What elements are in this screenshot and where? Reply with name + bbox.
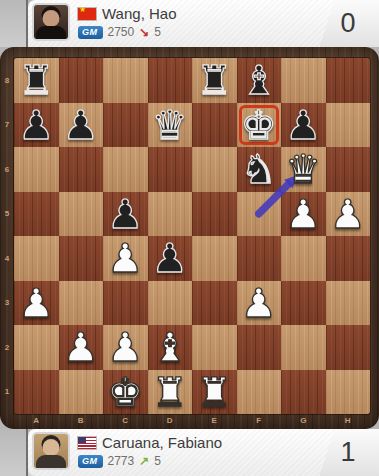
avatar-shoulders	[36, 26, 66, 41]
white-pawn-f3[interactable]: ♟	[237, 281, 282, 326]
rank-labels: 87654321	[0, 58, 14, 414]
board-square-c1[interactable]: ♚	[103, 370, 148, 415]
board-square-g4[interactable]	[281, 236, 326, 281]
rank-label-6: 6	[0, 147, 14, 192]
board-square-e7[interactable]	[192, 103, 237, 148]
white-pawn-h5[interactable]: ♟	[326, 192, 371, 237]
board-square-d7[interactable]: ♛	[148, 103, 193, 148]
rating-trend-value-top: 5	[154, 25, 161, 39]
file-label-a: A	[14, 414, 59, 428]
black-queen-d7[interactable]: ♛	[148, 103, 193, 148]
file-labels: ABCDEFGH	[14, 414, 370, 428]
black-pawn-c5[interactable]: ♟	[103, 192, 148, 237]
board-square-c5[interactable]: ♟	[103, 192, 148, 237]
white-pawn-g5[interactable]: ♟	[281, 192, 326, 237]
board-square-b6[interactable]	[59, 147, 104, 192]
black-pawn-a7[interactable]: ♟	[14, 103, 59, 148]
board-square-e1[interactable]: ♜	[192, 370, 237, 415]
board-square-d2[interactable]: ♝	[148, 325, 193, 370]
board-square-e2[interactable]	[192, 325, 237, 370]
black-knight-f6[interactable]: ♞	[237, 147, 282, 192]
avatar-head	[43, 10, 60, 27]
score-bottom: 1	[317, 429, 379, 476]
rank-label-8: 8	[0, 58, 14, 103]
board-square-e5[interactable]	[192, 192, 237, 237]
board-square-f5[interactable]	[237, 192, 282, 237]
board-square-d6[interactable]	[148, 147, 193, 192]
board-square-c7[interactable]	[103, 103, 148, 148]
rank-label-5: 5	[0, 192, 14, 237]
board-square-c4[interactable]: ♟	[103, 236, 148, 281]
board-square-a2[interactable]	[14, 325, 59, 370]
board-square-g3[interactable]	[281, 281, 326, 326]
board-square-b4[interactable]	[59, 236, 104, 281]
board-square-d5[interactable]	[148, 192, 193, 237]
board-square-h8[interactable]	[326, 58, 371, 103]
score-top: 0	[317, 0, 379, 47]
rating-trend-down-icon: ↘	[139, 25, 149, 39]
board-square-f3[interactable]: ♟	[237, 281, 282, 326]
board-square-a6[interactable]	[14, 147, 59, 192]
file-label-g: G	[281, 414, 326, 428]
board-square-c3[interactable]	[103, 281, 148, 326]
board-square-a4[interactable]	[14, 236, 59, 281]
board-square-f4[interactable]	[237, 236, 282, 281]
board-square-g1[interactable]	[281, 370, 326, 415]
white-bishop-d2[interactable]: ♝	[148, 325, 193, 370]
rank-label-7: 7	[0, 103, 14, 148]
white-rook-e1[interactable]: ♜	[192, 370, 237, 415]
board-square-a7[interactable]: ♟	[14, 103, 59, 148]
gm-title-badge: GM	[78, 455, 103, 468]
board-square-d3[interactable]	[148, 281, 193, 326]
board-square-e8[interactable]: ♜	[192, 58, 237, 103]
board-square-d4[interactable]: ♟	[148, 236, 193, 281]
black-pawn-g7[interactable]: ♟	[281, 103, 326, 148]
gm-title-badge: GM	[78, 26, 103, 39]
avatar-head	[43, 439, 60, 456]
player-rating-top: 2750	[108, 25, 135, 39]
black-pawn-d4[interactable]: ♟	[148, 236, 193, 281]
board-square-b8[interactable]	[59, 58, 104, 103]
file-label-d: D	[148, 414, 193, 428]
board-square-b7[interactable]: ♟	[59, 103, 104, 148]
board-square-a8[interactable]: ♜	[14, 58, 59, 103]
board-square-h5[interactable]: ♟	[326, 192, 371, 237]
board-square-d1[interactable]: ♜	[148, 370, 193, 415]
black-king-f7[interactable]: ♚	[237, 103, 282, 148]
top-player-card[interactable]: Wang, Hao GM 2750 ↘ 5 0	[28, 0, 379, 47]
board-square-f7[interactable]: ♚	[237, 103, 282, 148]
black-rook-a8[interactable]: ♜	[14, 58, 59, 103]
board-square-e6[interactable]	[192, 147, 237, 192]
board-square-f6[interactable]: ♞	[237, 147, 282, 192]
chess-board-frame: 87654321 ♜♜♝♟♟♛♚♟♞♟♟♟♟♟♟♟♟♟♝♚♜♜ ♛ ABCDEF…	[0, 47, 379, 429]
player-name-top: Wang, Hao	[102, 5, 176, 22]
board-square-b5[interactable]	[59, 192, 104, 237]
board-square-g2[interactable]	[281, 325, 326, 370]
board-square-b3[interactable]	[59, 281, 104, 326]
board-square-g7[interactable]: ♟	[281, 103, 326, 148]
board-square-h6[interactable]	[326, 147, 371, 192]
left-margin-strip	[0, 429, 28, 476]
board-square-c2[interactable]: ♟	[103, 325, 148, 370]
file-label-e: E	[192, 414, 237, 428]
left-margin-strip	[0, 0, 28, 47]
usa-flag-icon	[78, 437, 96, 449]
top-player-bar: Wang, Hao GM 2750 ↘ 5 0	[0, 0, 379, 47]
board-square-c8[interactable]	[103, 58, 148, 103]
bottom-player-bar: Caruana, Fabiano GM 2773 ↗ 5 1	[0, 429, 379, 476]
black-rook-e8[interactable]: ♜	[192, 58, 237, 103]
white-king-c1[interactable]: ♚	[103, 370, 148, 415]
rating-trend-up-icon: ↗	[139, 454, 149, 468]
white-pawn-a3[interactable]: ♟	[14, 281, 59, 326]
board-square-a1[interactable]	[14, 370, 59, 415]
white-pawn-b2[interactable]: ♟	[59, 325, 104, 370]
board-square-d8[interactable]	[148, 58, 193, 103]
board-square-b2[interactable]: ♟	[59, 325, 104, 370]
board-square-h4[interactable]	[326, 236, 371, 281]
board-square-e3[interactable]	[192, 281, 237, 326]
china-flag-icon	[78, 8, 96, 20]
file-label-b: B	[59, 414, 104, 428]
board-square-f8[interactable]: ♝	[237, 58, 282, 103]
board-square-h2[interactable]	[326, 325, 371, 370]
player-name-bottom: Caruana, Fabiano	[102, 434, 222, 451]
rating-trend-value-bottom: 5	[154, 454, 161, 468]
board-square-g5[interactable]: ♟	[281, 192, 326, 237]
board-square-h3[interactable]	[326, 281, 371, 326]
board-square-b1[interactable]	[59, 370, 104, 415]
player-rating-bottom: 2773	[108, 454, 135, 468]
rank-label-4: 4	[0, 236, 14, 281]
white-pawn-c2[interactable]: ♟	[103, 325, 148, 370]
black-pawn-b7[interactable]: ♟	[59, 103, 104, 148]
board-square-a5[interactable]	[14, 192, 59, 237]
rank-label-1: 1	[0, 370, 14, 415]
player-avatar-bottom	[32, 432, 70, 470]
file-label-c: C	[103, 414, 148, 428]
chess-broadcast-widget: Wang, Hao GM 2750 ↘ 5 0 87654321 ♜♜♝♟♟♛♚…	[0, 0, 379, 476]
board-square-a3[interactable]: ♟	[14, 281, 59, 326]
board[interactable]: ♜♜♝♟♟♛♚♟♞♟♟♟♟♟♟♟♟♟♝♚♜♜	[14, 58, 370, 414]
file-label-h: H	[326, 414, 371, 428]
black-bishop-f8[interactable]: ♝	[237, 58, 282, 103]
board-square-h1[interactable]	[326, 370, 371, 415]
white-pawn-c4[interactable]: ♟	[103, 236, 148, 281]
white-rook-d1[interactable]: ♜	[148, 370, 193, 415]
rank-label-3: 3	[0, 281, 14, 326]
bottom-player-card[interactable]: Caruana, Fabiano GM 2773 ↗ 5 1	[28, 429, 379, 476]
board-square-g8[interactable]	[281, 58, 326, 103]
board-square-f2[interactable]	[237, 325, 282, 370]
avatar-shoulders	[36, 455, 66, 470]
rank-label-2: 2	[0, 325, 14, 370]
board-square-h7[interactable]	[326, 103, 371, 148]
file-label-f: F	[237, 414, 282, 428]
board-square-f1[interactable]	[237, 370, 282, 415]
board-square-g6[interactable]	[281, 147, 326, 192]
board-square-c6[interactable]	[103, 147, 148, 192]
board-square-e4[interactable]	[192, 236, 237, 281]
player-avatar-top	[32, 3, 70, 41]
